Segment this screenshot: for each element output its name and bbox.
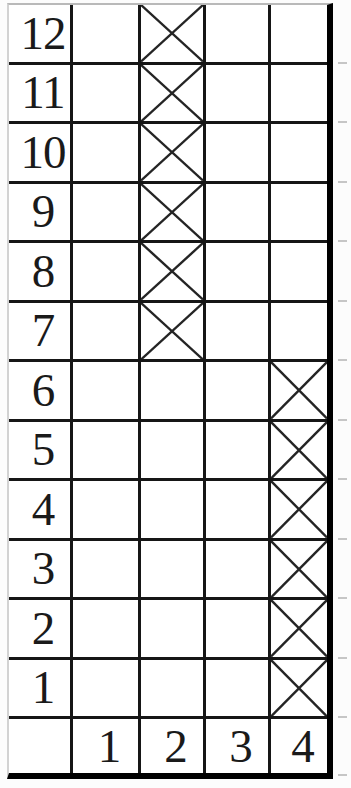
cell-r1-c2 xyxy=(141,660,203,717)
cell-r7-c4 xyxy=(271,303,327,360)
col-label-4: 4 xyxy=(271,719,327,773)
cell-r10-c1 xyxy=(73,124,138,181)
scan-tick xyxy=(338,300,347,302)
cell-r2-c2 xyxy=(141,600,203,657)
cell-r3-c2 xyxy=(141,541,203,598)
scan-tick xyxy=(338,538,347,540)
grid-board: 1211109876543211234 xyxy=(7,3,333,779)
x-mark-cell-r2-c4 xyxy=(271,600,327,657)
cell-r2-c3 xyxy=(206,600,268,657)
x-mark-icon xyxy=(271,362,327,419)
cell-r5-c3 xyxy=(206,422,268,479)
x-mark-icon xyxy=(271,541,327,598)
scan-tick xyxy=(338,359,347,361)
cell-r4-c1 xyxy=(73,481,138,538)
x-mark-icon xyxy=(141,184,203,241)
x-mark-cell-r12-c2 xyxy=(141,5,203,62)
cell-r5-c2 xyxy=(141,422,203,479)
col-label-1: 1 xyxy=(73,719,138,773)
cell-r2-c1 xyxy=(73,600,138,657)
row-label-8: 8 xyxy=(9,243,70,300)
x-mark-icon xyxy=(271,481,327,538)
x-mark-cell-r7-c2 xyxy=(141,303,203,360)
row-label-1: 1 xyxy=(9,660,70,717)
row-label-9: 9 xyxy=(9,184,70,241)
row-label-2: 2 xyxy=(9,600,70,657)
x-mark-icon xyxy=(271,600,327,657)
cell-r7-c3 xyxy=(206,303,268,360)
x-mark-cell-r1-c4 xyxy=(271,660,327,717)
cell-r3-c1 xyxy=(73,541,138,598)
cell-r1-c3 xyxy=(206,660,268,717)
cell-r3-c3 xyxy=(206,541,268,598)
x-mark-cell-r8-c2 xyxy=(141,243,203,300)
cell-r4-c2 xyxy=(141,481,203,538)
cell-r11-c4 xyxy=(271,65,327,122)
cell-r9-c1 xyxy=(73,184,138,241)
scan-tick xyxy=(338,181,347,183)
cell-r6-c3 xyxy=(206,362,268,419)
x-mark-icon xyxy=(141,5,203,62)
row-label-11: 11 xyxy=(9,65,70,122)
x-mark-cell-r10-c2 xyxy=(141,124,203,181)
cell-r4-c3 xyxy=(206,481,268,538)
cell-r8-c1 xyxy=(73,243,138,300)
cell-r10-c3 xyxy=(206,124,268,181)
x-mark-cell-r9-c2 xyxy=(141,184,203,241)
x-mark-cell-r6-c4 xyxy=(271,362,327,419)
x-mark-cell-r3-c4 xyxy=(271,541,327,598)
cell-r9-c3 xyxy=(206,184,268,241)
row-label-5: 5 xyxy=(9,422,70,479)
x-mark-icon xyxy=(271,422,327,479)
x-mark-icon xyxy=(141,303,203,360)
scan-tick xyxy=(338,121,347,123)
scan-tick xyxy=(338,419,347,421)
row-label-10: 10 xyxy=(9,124,70,181)
cell-r8-c4 xyxy=(271,243,327,300)
row-label-12: 12 xyxy=(9,5,70,62)
x-mark-cell-r4-c4 xyxy=(271,481,327,538)
scan-tick xyxy=(338,774,347,776)
cell-r11-c3 xyxy=(206,65,268,122)
x-mark-icon xyxy=(141,65,203,122)
scan-tick xyxy=(338,716,347,718)
x-mark-cell-r11-c2 xyxy=(141,65,203,122)
col-label-2: 2 xyxy=(141,719,203,773)
scan-tick xyxy=(338,478,347,480)
scan-tick xyxy=(338,62,347,64)
scan-tick xyxy=(338,240,347,242)
cell-r12-c1 xyxy=(73,5,138,62)
scan-tick xyxy=(338,597,347,599)
cell-r8-c3 xyxy=(206,243,268,300)
cell-r6-c1 xyxy=(73,362,138,419)
cell-r11-c1 xyxy=(73,65,138,122)
cell-r5-c1 xyxy=(73,422,138,479)
x-mark-icon xyxy=(141,124,203,181)
x-mark-icon xyxy=(141,243,203,300)
row-label-4: 4 xyxy=(9,481,70,538)
row-label-7: 7 xyxy=(9,303,70,360)
x-mark-cell-r5-c4 xyxy=(271,422,327,479)
x-mark-icon xyxy=(271,660,327,717)
cell-r12-c4 xyxy=(271,5,327,62)
row-label-6: 6 xyxy=(9,362,70,419)
cell-r12-c3 xyxy=(206,5,268,62)
corner-cell xyxy=(9,719,70,773)
cell-r9-c4 xyxy=(271,184,327,241)
row-label-3: 3 xyxy=(9,541,70,598)
col-label-3: 3 xyxy=(206,719,268,773)
cell-r10-c4 xyxy=(271,124,327,181)
cell-r1-c1 xyxy=(73,660,138,717)
cell-r6-c2 xyxy=(141,362,203,419)
cell-r7-c1 xyxy=(73,303,138,360)
scanned-grid-figure: 1211109876543211234 xyxy=(0,0,351,788)
scan-tick xyxy=(338,657,347,659)
